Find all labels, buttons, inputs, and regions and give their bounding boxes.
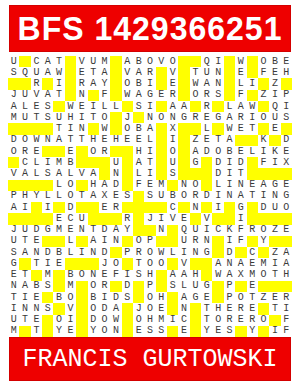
blocked-cell [42,213,53,224]
letter-cell: Y [99,78,110,89]
letter-cell: I [258,146,269,157]
blocked-cell [212,292,223,303]
letter-cell: R [144,67,155,78]
author-banner: FRANCIS GURTOWSKI [9,337,291,381]
letter-cell: R [110,202,121,213]
letter-cell: K [258,135,269,146]
letter-cell: E [65,146,76,157]
letter-cell: F [281,326,292,337]
letter-cell: E [31,315,42,326]
letter-cell: A [178,101,189,112]
letter-cell: O [99,326,110,337]
letter-cell: H [65,112,76,123]
blocked-cell [190,56,201,67]
letter-cell: A [235,191,246,202]
letter-cell: Y [122,225,133,236]
letter-cell: T [133,258,144,269]
blocked-cell [133,225,144,236]
blocked-cell [110,56,121,67]
letter-cell: I [144,146,155,157]
letter-cell: G [201,281,212,292]
letter-cell: E [201,112,212,123]
letter-cell: S [224,326,235,337]
blocked-cell [167,225,178,236]
letter-cell: Z [258,292,269,303]
blocked-cell [133,292,144,303]
blocked-cell [212,281,223,292]
letter-cell: I [144,101,155,112]
letter-cell: Z [269,225,280,236]
letter-cell: O [65,180,76,191]
blocked-cell [247,56,258,67]
letter-cell: R [31,78,42,89]
blocked-cell [110,90,121,101]
letter-cell: N [144,112,155,123]
letter-cell: U [269,202,280,213]
blocked-cell [76,315,87,326]
letter-cell: N [178,303,189,314]
letter-cell: S [42,168,53,179]
blocked-cell [65,56,76,67]
letter-cell: O [190,180,201,191]
letter-cell: I [224,157,235,168]
blocked-cell [110,247,121,258]
letter-cell: S [144,326,155,337]
letter-cell: O [88,303,99,314]
letter-cell: I [19,292,30,303]
letter-cell: E [269,67,280,78]
letter-cell: R [19,146,30,157]
letter-cell: W [156,247,167,258]
letter-cell: L [224,101,235,112]
letter-cell: K [224,225,235,236]
letter-cell: I [258,191,269,202]
letter-cell: R [201,101,212,112]
letter-cell: A [110,303,121,314]
blocked-cell [224,67,235,78]
blocked-cell [31,123,42,134]
letter-cell: T [269,270,280,281]
letter-cell: L [65,247,76,258]
letter-cell: D [201,146,212,157]
blocked-cell [88,258,99,269]
letter-cell: T [247,292,258,303]
letter-cell: N [88,247,99,258]
letter-cell: I [224,236,235,247]
blocked-cell [156,146,167,157]
letter-cell: O [258,315,269,326]
letter-cell: U [190,281,201,292]
blocked-cell [156,135,167,146]
blocked-cell [76,157,87,168]
letter-cell: B [65,270,76,281]
letter-cell: X [167,123,178,134]
book-cover: BFS 1429366251 UCATVUMABOVOQIWOBESQUAWET… [0,0,300,388]
letter-cell: R [99,146,110,157]
letter-cell: N [167,112,178,123]
letter-cell: E [247,258,258,269]
blocked-cell [42,146,53,157]
letter-cell: I [224,180,235,191]
letter-cell: I [76,247,87,258]
blocked-cell [178,123,189,134]
blocked-cell [99,157,110,168]
blocked-cell [190,213,201,224]
author-name: FRANCIS GURTOWSKI [22,345,277,374]
blocked-cell [258,303,269,314]
letter-cell: Q [201,56,212,67]
letter-cell: R [235,112,246,123]
letter-cell: I [167,135,178,146]
letter-cell: I [235,213,246,224]
letter-cell: D [224,247,235,258]
blocked-cell [110,146,121,157]
blocked-cell [156,202,167,213]
letter-cell: N [110,326,121,337]
letter-cell: F [258,67,269,78]
letter-cell: C [247,247,258,258]
letter-cell: N [110,168,121,179]
letter-cell: L [235,78,246,89]
blocked-cell [53,236,64,247]
letter-cell: R [190,236,201,247]
letter-cell: L [53,180,64,191]
blocked-cell [178,202,189,213]
letter-cell: D [99,247,110,258]
blocked-cell [258,326,269,337]
letter-cell: J [99,258,110,269]
letter-cell: T [235,168,246,179]
blocked-cell [122,157,133,168]
blocked-cell [156,123,167,134]
blocked-cell [110,213,121,224]
blocked-cell [156,168,167,179]
letter-cell: T [76,135,87,146]
letter-cell: W [53,67,64,78]
blocked-cell [167,258,178,269]
letter-cell: A [133,157,144,168]
letter-cell: I [122,270,133,281]
blocked-cell [99,213,110,224]
letter-cell: U [269,112,280,123]
letter-cell: D [110,180,121,191]
letter-cell: N [8,281,19,292]
blocked-cell [247,168,258,179]
letter-cell: Y [31,191,42,202]
letter-cell: T [190,67,201,78]
blocked-cell [19,123,30,134]
letter-cell: U [110,157,121,168]
letter-cell: E [99,270,110,281]
letter-cell: H [144,315,155,326]
letter-cell: T [19,236,30,247]
letter-cell: C [167,202,178,213]
blocked-cell [247,213,258,224]
letter-cell: V [65,303,76,314]
letter-cell: E [99,202,110,213]
letter-cell: Y [53,326,64,337]
letter-cell: T [201,303,212,314]
letter-cell: I [156,213,167,224]
blocked-cell [122,202,133,213]
blocked-cell [269,135,280,146]
letter-cell: M [42,270,53,281]
letter-cell: A [19,247,30,258]
letter-cell: W [65,101,76,112]
blocked-cell [19,56,30,67]
letter-cell: D [235,157,246,168]
letter-cell: J [144,213,155,224]
letter-cell: A [88,191,99,202]
letter-cell: V [156,56,167,67]
blocked-cell [178,78,189,89]
letter-cell: I [42,258,53,269]
letter-cell: I [247,112,258,123]
letter-cell: R [235,303,246,314]
letter-cell: R [224,315,235,326]
letter-cell: S [281,112,292,123]
letter-cell: L [133,168,144,179]
letter-cell: P [224,281,235,292]
letter-cell: D [99,225,110,236]
blocked-cell [247,135,258,146]
letter-cell: A [99,180,110,191]
letter-cell: L [99,101,110,112]
letter-cell: E [133,326,144,337]
blocked-cell [110,112,121,123]
blocked-cell [258,101,269,112]
blocked-cell [178,67,189,78]
letter-cell: N [212,67,223,78]
letter-cell: P [144,281,155,292]
letter-cell: O [88,146,99,157]
blocked-cell [122,315,133,326]
letter-cell: R [133,247,144,258]
letter-cell: O [65,191,76,202]
letter-cell: E [144,180,155,191]
blocked-cell [53,101,64,112]
letter-cell: E [281,180,292,191]
letter-cell: L [31,157,42,168]
letter-cell: L [247,146,258,157]
letter-cell: S [122,292,133,303]
letter-cell: G [144,90,155,101]
blocked-cell [53,202,64,213]
letter-cell: L [65,236,76,247]
blocked-cell [42,78,53,89]
letter-cell: E [178,213,189,224]
letter-cell: G [269,180,280,191]
letter-cell: H [281,67,292,78]
letter-cell: I [212,56,223,67]
letter-cell: A [201,78,212,89]
letter-cell: W [247,101,258,112]
letter-cell: S [122,191,133,202]
blocked-cell [19,180,30,191]
letter-cell: U [88,56,99,67]
letter-cell: L [19,101,30,112]
letter-cell: M [156,315,167,326]
letter-cell: S [42,281,53,292]
blocked-cell [65,67,76,78]
letter-cell: I [42,157,53,168]
blocked-cell [76,202,87,213]
letter-cell: N [110,236,121,247]
blocked-cell [8,180,19,191]
letter-cell: I [201,225,212,236]
letter-cell: E [212,326,223,337]
letter-cell: N [269,191,280,202]
letter-cell: T [8,292,19,303]
letter-cell: E [281,56,292,67]
letter-cell: E [167,78,178,89]
blocked-cell [247,236,258,247]
blocked-cell [53,303,64,314]
blocked-cell [76,258,87,269]
letter-cell: V [122,67,133,78]
letter-cell: D [212,168,223,179]
letter-cell: B [133,56,144,67]
blocked-cell [190,315,201,326]
blocked-cell [99,168,110,179]
blocked-cell [88,213,99,224]
letter-cell: G [190,157,201,168]
letter-cell: O [110,258,121,269]
letter-cell: E [133,135,144,146]
letter-cell: W [31,135,42,146]
letter-cell: E [247,281,258,292]
letter-cell: T [19,315,30,326]
letter-cell: G [178,112,189,123]
letter-cell: N [76,123,87,134]
blocked-cell [42,315,53,326]
letter-cell: U [190,225,201,236]
blocked-cell [212,236,223,247]
blocked-cell [110,123,121,134]
letter-cell: L [167,247,178,258]
letter-cell: U [8,56,19,67]
blocked-cell [88,157,99,168]
letter-cell: I [281,101,292,112]
letter-cell: C [19,157,30,168]
letter-cell: S [167,281,178,292]
letter-cell: M [99,56,110,67]
letter-cell: A [8,202,19,213]
blocked-cell [110,78,121,89]
letter-cell: H [88,180,99,191]
letter-cell: D [201,191,212,202]
letter-cell: V [8,168,19,179]
letter-cell: U [178,236,189,247]
letter-cell: O [258,56,269,67]
letter-cell: F [235,90,246,101]
letter-cell: R [247,225,258,236]
letter-cell: R [122,213,133,224]
letter-cell: I [269,157,280,168]
letter-cell: T [53,123,64,134]
letter-cell: L [178,281,189,292]
blocked-cell [156,78,167,89]
letter-cell: A [224,270,235,281]
puzzle-grid: UCATVUMABOVOQIWOBESQUAWETAVARVTUNEFEHRIR… [8,56,292,337]
blocked-cell [178,157,189,168]
letter-cell: T [269,303,280,314]
letter-cell: W [122,90,133,101]
letter-cell: O [144,258,155,269]
letter-cell: I [247,78,258,89]
letter-cell: J [122,112,133,123]
letter-cell: F [133,180,144,191]
blocked-cell [258,281,269,292]
blocked-cell [281,168,292,179]
letter-cell: L [65,168,76,179]
letter-cell: D [88,315,99,326]
letter-cell: A [133,67,144,78]
letter-cell: K [269,146,280,157]
letter-cell: Y [201,326,212,337]
letter-cell: Z [258,90,269,101]
letter-cell: I [76,112,87,123]
letter-cell: I [19,202,30,213]
letter-cell: A [224,112,235,123]
letter-cell: N [76,225,87,236]
letter-cell: N [224,191,235,202]
letter-cell: X [235,270,246,281]
letter-cell: Z [269,247,280,258]
letter-cell: E [235,315,246,326]
blocked-cell [156,157,167,168]
letter-cell: D [258,202,269,213]
letter-cell: S [156,326,167,337]
letter-cell: N [42,135,53,146]
letter-cell: B [53,292,64,303]
letter-cell: N [201,236,212,247]
blocked-cell [65,78,76,89]
letter-cell: T [31,258,42,269]
letter-cell: B [133,123,144,134]
letter-cell: G [212,112,223,123]
letter-cell: A [281,258,292,269]
letter-cell: A [178,292,189,303]
blocked-cell [53,146,64,157]
letter-cell: E [122,135,133,146]
letter-cell: D [65,202,76,213]
letter-cell: V [201,213,212,224]
letter-cell: N [31,303,42,314]
letter-cell: U [8,315,19,326]
letter-cell: W [190,78,201,89]
letter-cell: T [144,157,155,168]
letter-cell: E [235,146,246,157]
letter-cell: I [99,236,110,247]
letter-cell: I [53,78,64,89]
blocked-cell [281,281,292,292]
blocked-cell [76,326,87,337]
letter-cell: L [42,191,53,202]
letter-cell: Y [247,326,258,337]
letter-cell: F [110,270,121,281]
letter-cell: S [133,270,144,281]
blocked-cell [258,213,269,224]
letter-cell: X [99,191,110,202]
letter-cell: T [88,225,99,236]
letter-cell: S [133,101,144,112]
blocked-cell [269,236,280,247]
blocked-cell [247,202,258,213]
letter-cell: E [224,303,235,314]
letter-cell: E [201,135,212,146]
letter-cell: A [110,225,121,236]
